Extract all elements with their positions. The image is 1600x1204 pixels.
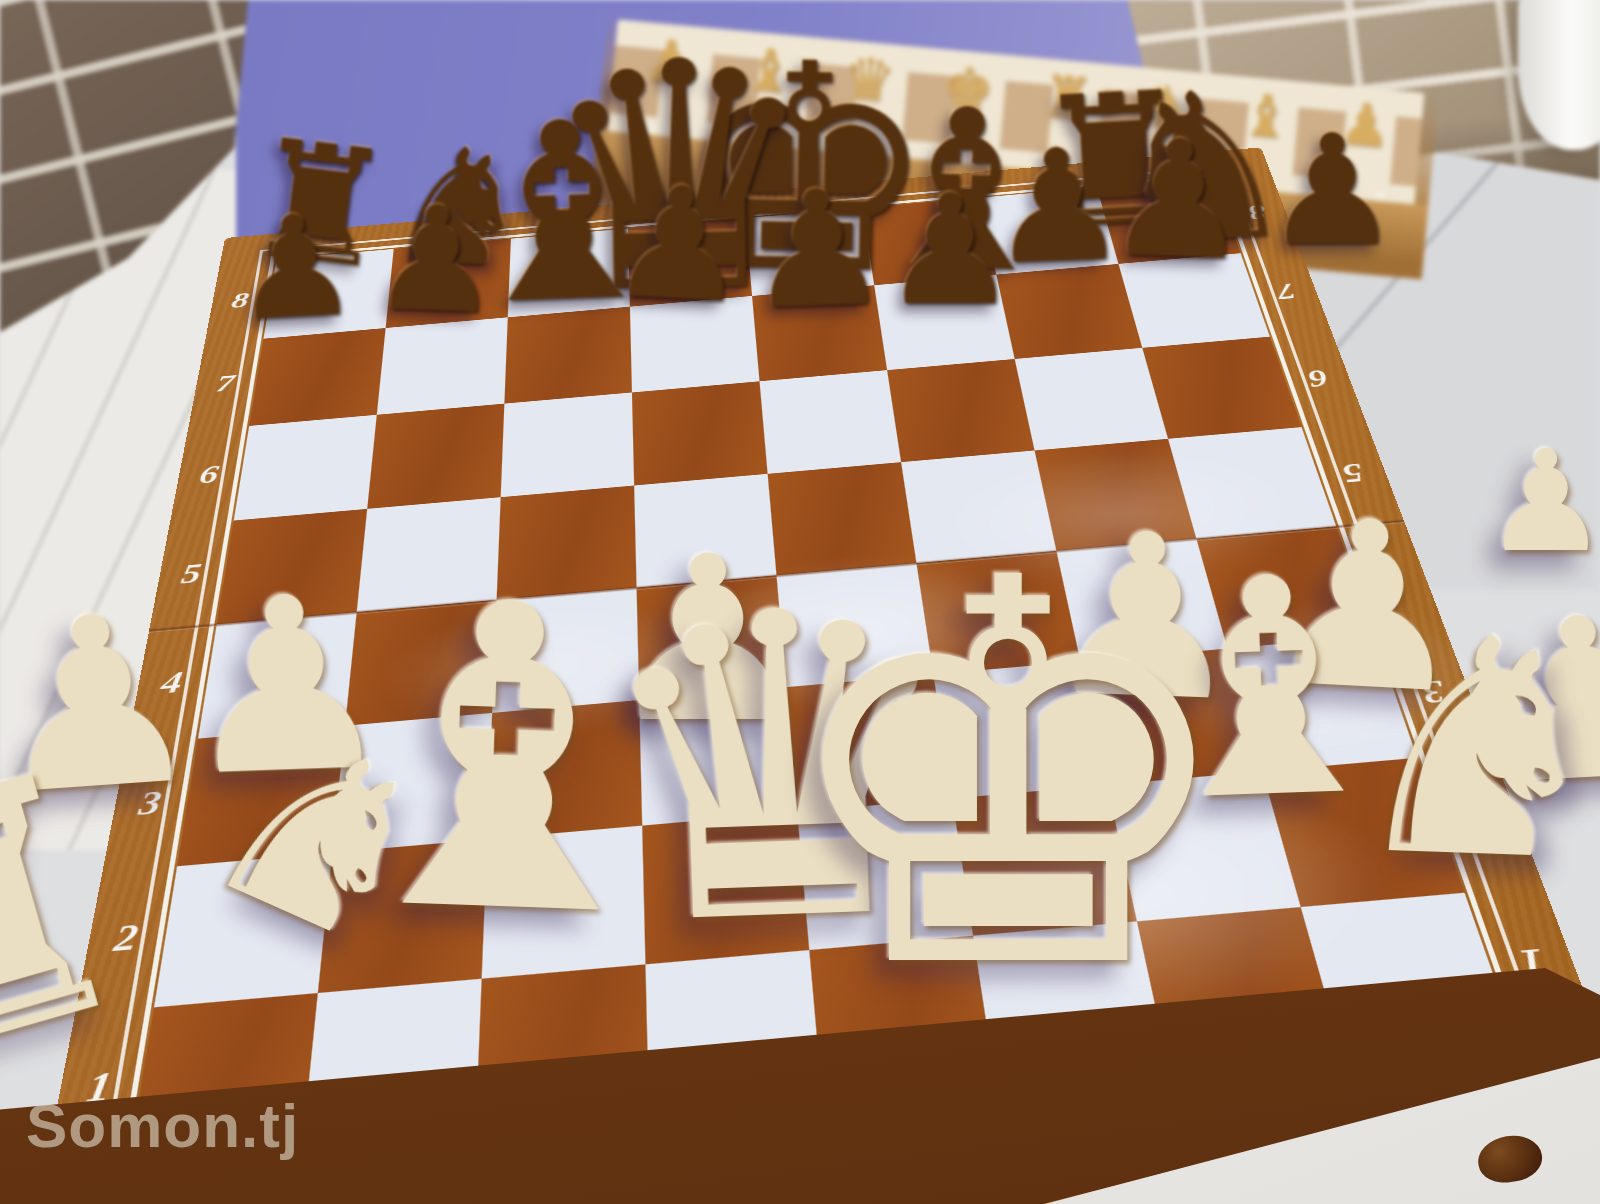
pieces-layer: ♜♞♟♟♜♟♞♝♚♛♟♝♟♟♟♟♟♟♟♟♟♟♟♝♞♝♞♛♚♜ (0, 0, 1600, 1204)
watermark: Somon.tj (26, 1090, 299, 1161)
white-knight-g2: ♞ (1338, 595, 1600, 904)
black-pawn-c7: ♟ (1264, 115, 1400, 267)
black-pawn-f7: ♟ (882, 175, 1018, 327)
white-king-e2: ♚ (770, 512, 1245, 1042)
product-photo-chess-set: { "game": "chess", "watermark": { "text"… (0, 0, 1600, 1204)
white-pawn-h4: ♟ (1483, 432, 1600, 572)
black-pawn-b7: ♟ (368, 185, 503, 334)
black-pawn-e7: ♟ (743, 168, 892, 333)
black-pawn-a7: ♟ (229, 194, 362, 340)
